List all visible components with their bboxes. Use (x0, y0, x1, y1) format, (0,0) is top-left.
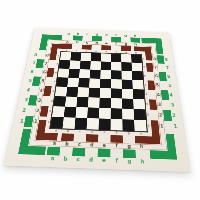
rank-label-middle: 5 (39, 77, 46, 86)
square-h5[interactable] (132, 80, 143, 90)
square-e4[interactable] (100, 88, 111, 98)
file-label-middle: e (98, 142, 111, 149)
chess-board (49, 51, 148, 132)
file-label-middle: h (135, 143, 148, 150)
file-label-middle: c (82, 41, 92, 45)
square-g6[interactable] (121, 71, 132, 80)
square-c2[interactable] (75, 107, 87, 118)
square-d5[interactable] (89, 78, 100, 88)
chess-mat: aa88bb77cc66dd55ee44ff33gg22hh11aa88bb77… (4, 28, 191, 172)
rank-label-middle: 8 (152, 55, 158, 63)
rank-label-outer: 1 (18, 116, 26, 127)
rank-label-middle: 5 (154, 81, 161, 90)
rank-label-outer: 6 (29, 67, 36, 76)
rank-label-outer: 2 (171, 110, 178, 121)
rank-label-outer: 3 (22, 95, 29, 105)
rank-label-middle: 4 (155, 90, 162, 100)
square-e6[interactable] (100, 70, 111, 79)
square-g7[interactable] (121, 62, 132, 71)
rank-label-middle: 6 (41, 68, 48, 77)
rank-label-middle: 1 (158, 121, 165, 132)
file-label-middle: g (121, 42, 131, 46)
rank-label-middle: 2 (34, 106, 42, 117)
file-label-outer: h (130, 34, 140, 38)
file-label-middle: b (72, 40, 82, 44)
file-label-outer: g (121, 34, 131, 38)
square-e1[interactable] (99, 118, 111, 130)
square-f5[interactable] (111, 79, 122, 89)
file-label-outer: f (111, 33, 121, 37)
rank-label-middle: 7 (43, 59, 50, 68)
file-label-outer: d (84, 156, 97, 163)
rank-label-outer: 7 (31, 59, 38, 68)
file-label-middle: a (62, 40, 72, 44)
square-e7[interactable] (101, 61, 112, 70)
square-h3[interactable] (133, 99, 145, 110)
square-f1[interactable] (111, 119, 123, 131)
square-c7[interactable] (80, 61, 91, 70)
square-g3[interactable] (122, 98, 134, 109)
square-g4[interactable] (122, 89, 133, 99)
file-label-middle: h (131, 42, 141, 46)
square-g1[interactable] (122, 119, 134, 131)
square-d2[interactable] (87, 107, 99, 118)
file-label-middle: g (123, 143, 136, 150)
square-b1[interactable] (62, 117, 75, 129)
file-label-outer: a (64, 32, 74, 36)
square-g5[interactable] (122, 80, 133, 90)
square-g2[interactable] (122, 109, 134, 120)
file-label-outer: c (83, 32, 93, 36)
square-h2[interactable] (134, 109, 146, 120)
rank-label-middle: 4 (37, 86, 44, 96)
file-label-middle: a (48, 140, 61, 147)
square-d3[interactable] (88, 97, 100, 108)
square-c5[interactable] (78, 78, 89, 88)
rank-label-outer: 5 (167, 81, 173, 90)
square-h4[interactable] (133, 89, 145, 99)
rank-label-outer: 1 (172, 121, 179, 132)
square-h6[interactable] (132, 71, 143, 80)
square-c3[interactable] (76, 97, 88, 108)
square-d6[interactable] (90, 70, 101, 79)
file-label-outer: e (97, 157, 110, 164)
file-label-middle: e (101, 41, 111, 45)
square-b3[interactable] (65, 97, 77, 108)
file-label-outer: e (102, 33, 112, 37)
square-h1[interactable] (134, 120, 147, 132)
rank-label-outer: 4 (25, 85, 32, 95)
square-h7[interactable] (132, 63, 143, 72)
file-label-middle: f (110, 142, 123, 149)
rank-label-middle: 2 (157, 110, 164, 121)
file-label-middle: f (111, 42, 121, 46)
square-b4[interactable] (66, 87, 78, 97)
file-label-middle: d (85, 142, 98, 149)
square-d4[interactable] (88, 88, 100, 98)
file-label-outer: b (73, 32, 83, 36)
rank-label-outer: 3 (169, 100, 176, 110)
rank-label-outer: 5 (27, 76, 34, 85)
rank-label-outer: 2 (20, 105, 28, 116)
file-label-outer: d (92, 33, 102, 37)
square-e2[interactable] (99, 108, 111, 119)
rank-label-middle: 1 (32, 116, 40, 127)
rank-label-middle: 8 (44, 51, 51, 59)
file-label-outer: g (123, 158, 136, 165)
square-e5[interactable] (100, 79, 111, 89)
rank-label-outer: 7 (165, 64, 171, 73)
rank-label-outer: 8 (32, 51, 38, 59)
file-label-middle: b (60, 141, 73, 148)
square-f4[interactable] (111, 88, 122, 98)
square-c1[interactable] (74, 118, 87, 130)
square-c4[interactable] (77, 87, 89, 97)
square-e3[interactable] (99, 98, 111, 109)
square-f3[interactable] (111, 98, 122, 109)
rank-label-middle: 6 (153, 72, 159, 81)
file-label-middle: d (92, 41, 102, 45)
file-label-outer: c (72, 156, 85, 163)
file-label-outer: f (110, 157, 123, 164)
square-d7[interactable] (90, 61, 101, 70)
square-d1[interactable] (87, 118, 99, 130)
file-label-outer: b (59, 156, 72, 163)
file-label-middle: c (73, 141, 86, 148)
square-c6[interactable] (79, 69, 90, 78)
file-label-outer: h (136, 158, 149, 165)
rank-label-middle: 3 (36, 96, 44, 106)
photo-scene: aa88bb77cc66dd55ee44ff33gg22hh11aa88bb77… (0, 0, 200, 200)
square-f2[interactable] (111, 108, 123, 119)
square-f7[interactable] (111, 62, 121, 71)
square-b2[interactable] (64, 107, 77, 118)
rank-label-middle: 3 (156, 100, 163, 110)
rank-label-middle: 7 (152, 63, 158, 72)
file-label-outer: a (46, 155, 60, 162)
rank-label-outer: 4 (168, 90, 175, 100)
square-f6[interactable] (111, 70, 122, 79)
rank-label-outer: 8 (164, 56, 170, 64)
rank-label-outer: 6 (166, 72, 172, 81)
